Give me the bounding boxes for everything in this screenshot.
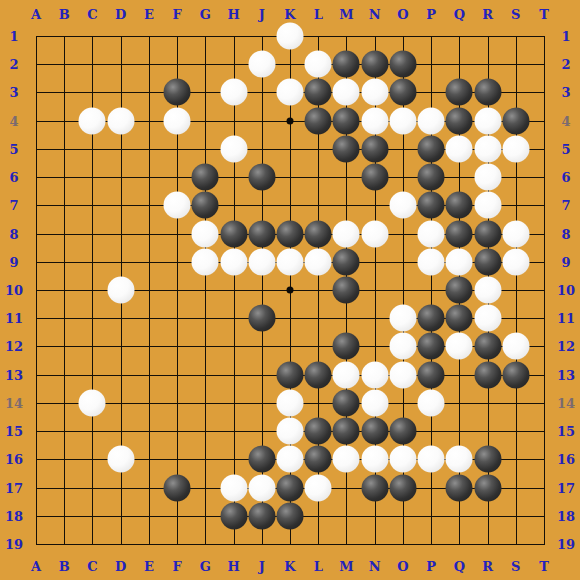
stone-white-G8[interactable]: [192, 220, 219, 247]
stone-white-Q16[interactable]: [446, 446, 473, 473]
row-label-right-19: 19: [557, 538, 575, 551]
stone-black-F17[interactable]: [164, 474, 191, 501]
stone-black-P13[interactable]: [418, 361, 445, 388]
row-label-left-9: 9: [9, 255, 18, 268]
stone-black-L4[interactable]: [305, 107, 332, 134]
stone-black-N2[interactable]: [361, 51, 388, 78]
stone-white-J9[interactable]: [248, 248, 275, 275]
row-label-right-11: 11: [557, 312, 575, 325]
stone-black-K17[interactable]: [277, 474, 304, 501]
row-label-right-4: 4: [561, 114, 570, 127]
row-label-right-12: 12: [557, 340, 575, 353]
column-label-top-R: R: [482, 8, 493, 21]
stone-white-J2[interactable]: [248, 51, 275, 78]
stone-white-M13[interactable]: [333, 361, 360, 388]
stone-black-P5[interactable]: [418, 135, 445, 162]
column-label-bottom-E: E: [144, 560, 154, 573]
stone-white-H9[interactable]: [220, 248, 247, 275]
stone-black-Q3[interactable]: [446, 79, 473, 106]
column-label-top-L: L: [314, 8, 323, 21]
stone-black-H8[interactable]: [220, 220, 247, 247]
stone-black-L3[interactable]: [305, 79, 332, 106]
stone-white-R4[interactable]: [474, 107, 501, 134]
column-label-top-P: P: [426, 8, 436, 21]
stone-white-Q5[interactable]: [446, 135, 473, 162]
stone-black-L13[interactable]: [305, 361, 332, 388]
column-label-bottom-B: B: [59, 560, 70, 573]
stone-black-K8[interactable]: [277, 220, 304, 247]
row-label-left-11: 11: [5, 312, 23, 325]
row-label-left-6: 6: [9, 171, 18, 184]
stone-black-Q4[interactable]: [446, 107, 473, 134]
stone-white-P14[interactable]: [418, 389, 445, 416]
stone-white-R6[interactable]: [474, 164, 501, 191]
stone-white-M3[interactable]: [333, 79, 360, 106]
stone-black-S4[interactable]: [502, 107, 529, 134]
stone-white-N14[interactable]: [361, 389, 388, 416]
column-label-bottom-F: F: [172, 560, 181, 573]
stone-black-L16[interactable]: [305, 446, 332, 473]
row-label-right-8: 8: [561, 227, 570, 240]
stone-white-S9[interactable]: [502, 248, 529, 275]
row-label-left-5: 5: [9, 142, 18, 155]
stone-black-P7[interactable]: [418, 192, 445, 219]
stone-black-G6[interactable]: [192, 164, 219, 191]
stone-black-Q8[interactable]: [446, 220, 473, 247]
stone-black-H18[interactable]: [220, 502, 247, 529]
stone-white-G9[interactable]: [192, 248, 219, 275]
row-label-left-13: 13: [5, 368, 23, 381]
stone-black-M5[interactable]: [333, 135, 360, 162]
column-label-bottom-S: S: [511, 560, 520, 573]
row-label-right-9: 9: [561, 255, 570, 268]
row-label-left-12: 12: [5, 340, 23, 353]
stone-white-M8[interactable]: [333, 220, 360, 247]
stone-black-M14[interactable]: [333, 389, 360, 416]
row-label-right-14: 14: [557, 396, 575, 409]
stone-white-O11[interactable]: [389, 305, 416, 332]
column-label-bottom-T: T: [539, 560, 549, 573]
column-label-top-F: F: [172, 8, 181, 21]
stone-black-L15[interactable]: [305, 418, 332, 445]
stone-black-P12[interactable]: [418, 333, 445, 360]
row-label-left-3: 3: [9, 86, 18, 99]
stone-black-S13[interactable]: [502, 361, 529, 388]
row-label-right-2: 2: [561, 58, 570, 71]
stone-black-J6[interactable]: [248, 164, 275, 191]
stone-white-R7[interactable]: [474, 192, 501, 219]
stone-white-F4[interactable]: [164, 107, 191, 134]
column-label-bottom-A: A: [31, 560, 41, 573]
column-label-top-M: M: [339, 8, 353, 21]
column-label-bottom-G: G: [200, 560, 211, 573]
column-label-bottom-D: D: [115, 560, 126, 573]
column-label-bottom-C: C: [87, 560, 97, 573]
stone-black-P6[interactable]: [418, 164, 445, 191]
stone-black-M15[interactable]: [333, 418, 360, 445]
row-label-left-16: 16: [5, 453, 23, 466]
stone-black-F3[interactable]: [164, 79, 191, 106]
stone-white-H3[interactable]: [220, 79, 247, 106]
stone-white-K1[interactable]: [277, 23, 304, 50]
stone-black-R9[interactable]: [474, 248, 501, 275]
stone-white-P9[interactable]: [418, 248, 445, 275]
column-label-top-B: B: [59, 8, 70, 21]
column-label-top-H: H: [227, 8, 239, 21]
stone-white-P16[interactable]: [418, 446, 445, 473]
row-label-left-1: 1: [9, 30, 18, 43]
stone-white-N3[interactable]: [361, 79, 388, 106]
stone-black-Q7[interactable]: [446, 192, 473, 219]
row-label-left-2: 2: [9, 58, 18, 71]
row-label-left-18: 18: [5, 509, 23, 522]
stone-black-N17[interactable]: [361, 474, 388, 501]
stone-black-L8[interactable]: [305, 220, 332, 247]
stone-white-L9[interactable]: [305, 248, 332, 275]
column-label-bottom-Q: Q: [454, 560, 465, 573]
column-label-top-N: N: [369, 8, 381, 21]
row-label-left-17: 17: [5, 481, 23, 494]
stone-black-N15[interactable]: [361, 418, 388, 445]
stone-black-R8[interactable]: [474, 220, 501, 247]
stone-black-Q10[interactable]: [446, 277, 473, 304]
stone-white-R10[interactable]: [474, 277, 501, 304]
stone-white-L2[interactable]: [305, 51, 332, 78]
stone-white-S8[interactable]: [502, 220, 529, 247]
stone-white-S5[interactable]: [502, 135, 529, 162]
stone-black-M4[interactable]: [333, 107, 360, 134]
stone-black-M9[interactable]: [333, 248, 360, 275]
stone-white-S12[interactable]: [502, 333, 529, 360]
stone-white-Q9[interactable]: [446, 248, 473, 275]
column-label-top-C: C: [87, 8, 97, 21]
stone-black-Q11[interactable]: [446, 305, 473, 332]
stone-black-N5[interactable]: [361, 135, 388, 162]
column-label-bottom-N: N: [369, 560, 381, 573]
stone-black-R12[interactable]: [474, 333, 501, 360]
stone-white-N16[interactable]: [361, 446, 388, 473]
row-label-right-16: 16: [557, 453, 575, 466]
row-label-right-3: 3: [561, 86, 570, 99]
column-label-top-Q: Q: [454, 8, 465, 21]
stone-black-O15[interactable]: [389, 418, 416, 445]
stone-black-J8[interactable]: [248, 220, 275, 247]
stone-white-K3[interactable]: [277, 79, 304, 106]
stone-white-R5[interactable]: [474, 135, 501, 162]
column-label-top-O: O: [397, 8, 408, 21]
row-label-left-19: 19: [5, 538, 23, 551]
hoshi-K4: [287, 117, 294, 124]
stone-black-R3[interactable]: [474, 79, 501, 106]
stone-white-H5[interactable]: [220, 135, 247, 162]
stone-black-R16[interactable]: [474, 446, 501, 473]
go-board[interactable]: AABBCCDDEEFFGGHHJJKKLLMMNNOOPPQQRRSSTT11…: [0, 0, 580, 580]
row-label-left-8: 8: [9, 227, 18, 240]
stone-black-K18[interactable]: [277, 502, 304, 529]
row-label-right-15: 15: [557, 425, 575, 438]
stone-white-D16[interactable]: [107, 446, 134, 473]
column-label-top-D: D: [115, 8, 126, 21]
stone-white-N13[interactable]: [361, 361, 388, 388]
stone-white-O4[interactable]: [389, 107, 416, 134]
column-label-bottom-O: O: [397, 560, 408, 573]
row-label-right-10: 10: [557, 284, 575, 297]
stone-black-K13[interactable]: [277, 361, 304, 388]
stone-white-F7[interactable]: [164, 192, 191, 219]
column-label-top-T: T: [539, 8, 549, 21]
row-label-left-7: 7: [9, 199, 18, 212]
stone-white-Q12[interactable]: [446, 333, 473, 360]
stone-black-M2[interactable]: [333, 51, 360, 78]
stone-black-M10[interactable]: [333, 277, 360, 304]
stone-white-M16[interactable]: [333, 446, 360, 473]
row-label-right-1: 1: [561, 30, 570, 43]
stone-black-G7[interactable]: [192, 192, 219, 219]
stone-black-J11[interactable]: [248, 305, 275, 332]
stone-white-O13[interactable]: [389, 361, 416, 388]
column-label-bottom-L: L: [314, 560, 323, 573]
stone-white-K15[interactable]: [277, 418, 304, 445]
column-label-bottom-M: M: [339, 560, 353, 573]
stone-white-D10[interactable]: [107, 277, 134, 304]
row-label-left-15: 15: [5, 425, 23, 438]
hoshi-K10: [287, 287, 294, 294]
stone-white-L17[interactable]: [305, 474, 332, 501]
column-label-top-J: J: [259, 8, 265, 21]
stone-white-K9[interactable]: [277, 248, 304, 275]
stone-black-M12[interactable]: [333, 333, 360, 360]
stone-white-D4[interactable]: [107, 107, 134, 134]
stone-white-P4[interactable]: [418, 107, 445, 134]
stone-white-C14[interactable]: [79, 389, 106, 416]
stone-white-O16[interactable]: [389, 446, 416, 473]
stone-white-K14[interactable]: [277, 389, 304, 416]
column-label-bottom-P: P: [426, 560, 436, 573]
row-label-right-18: 18: [557, 509, 575, 522]
stone-white-N8[interactable]: [361, 220, 388, 247]
column-label-top-A: A: [31, 8, 41, 21]
stone-black-R17[interactable]: [474, 474, 501, 501]
column-label-top-S: S: [511, 8, 520, 21]
row-label-right-5: 5: [561, 142, 570, 155]
column-label-top-G: G: [200, 8, 211, 21]
stone-white-K16[interactable]: [277, 446, 304, 473]
row-label-right-13: 13: [557, 368, 575, 381]
row-label-left-4: 4: [9, 114, 18, 127]
column-label-bottom-R: R: [482, 560, 493, 573]
stone-white-H17[interactable]: [220, 474, 247, 501]
row-label-left-14: 14: [5, 396, 23, 409]
stone-white-O7[interactable]: [389, 192, 416, 219]
stone-white-J17[interactable]: [248, 474, 275, 501]
row-label-right-6: 6: [561, 171, 570, 184]
column-label-bottom-K: K: [284, 560, 295, 573]
stone-white-C4[interactable]: [79, 107, 106, 134]
stone-black-J18[interactable]: [248, 502, 275, 529]
stone-black-O17[interactable]: [389, 474, 416, 501]
column-label-top-E: E: [144, 8, 154, 21]
stone-white-R11[interactable]: [474, 305, 501, 332]
column-label-bottom-J: J: [259, 560, 265, 573]
stone-white-N4[interactable]: [361, 107, 388, 134]
column-label-bottom-H: H: [227, 560, 239, 573]
stone-black-Q17[interactable]: [446, 474, 473, 501]
stone-black-J16[interactable]: [248, 446, 275, 473]
stone-white-P8[interactable]: [418, 220, 445, 247]
row-label-left-10: 10: [5, 284, 23, 297]
row-label-right-7: 7: [561, 199, 570, 212]
row-label-right-17: 17: [557, 481, 575, 494]
stone-black-R13[interactable]: [474, 361, 501, 388]
stone-black-N6[interactable]: [361, 164, 388, 191]
stone-black-O3[interactable]: [389, 79, 416, 106]
stone-black-P11[interactable]: [418, 305, 445, 332]
stone-black-O2[interactable]: [389, 51, 416, 78]
stone-white-O12[interactable]: [389, 333, 416, 360]
column-label-top-K: K: [284, 8, 295, 21]
